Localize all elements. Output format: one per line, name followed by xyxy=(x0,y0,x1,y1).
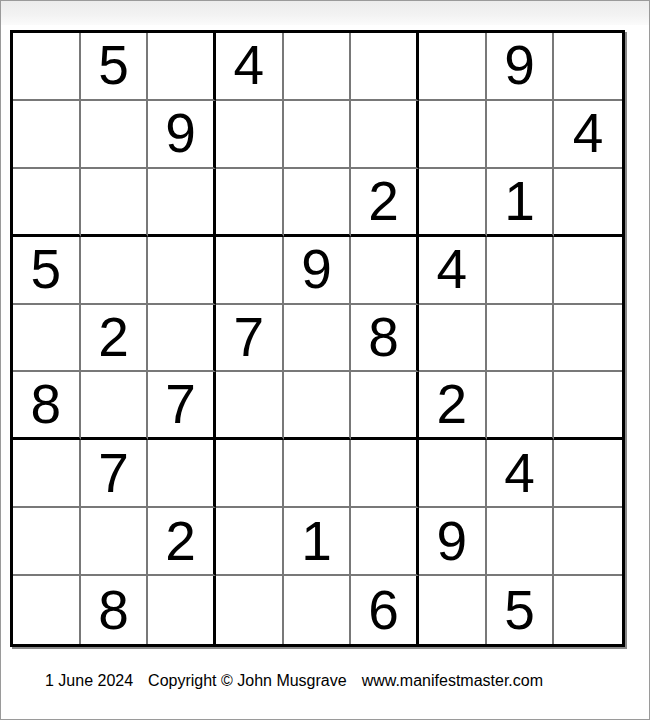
cell-r2c2[interactable] xyxy=(81,101,149,169)
cell-r6c3[interactable]: 7 xyxy=(148,372,216,440)
cell-r4c7[interactable]: 4 xyxy=(419,237,487,305)
cell-r9c3[interactable] xyxy=(148,576,216,644)
cell-r8c6[interactable] xyxy=(351,508,419,576)
cell-r5c9[interactable] xyxy=(554,305,622,373)
cell-r9c8[interactable]: 5 xyxy=(487,576,555,644)
cell-r1c7[interactable] xyxy=(419,33,487,101)
cell-r3c8[interactable]: 1 xyxy=(487,169,555,237)
footer: 1 June 2024 Copyright © John Musgrave ww… xyxy=(45,672,543,690)
cell-r6c8[interactable] xyxy=(487,372,555,440)
cell-r4c9[interactable] xyxy=(554,237,622,305)
cell-r9c9[interactable] xyxy=(554,576,622,644)
cell-r7c7[interactable] xyxy=(419,440,487,508)
cell-r5c3[interactable] xyxy=(148,305,216,373)
cell-r8c2[interactable] xyxy=(81,508,149,576)
cell-r3c4[interactable] xyxy=(216,169,284,237)
cell-r9c4[interactable] xyxy=(216,576,284,644)
cell-r9c7[interactable] xyxy=(419,576,487,644)
page-top-band xyxy=(1,1,649,25)
cell-r4c8[interactable] xyxy=(487,237,555,305)
cell-r2c7[interactable] xyxy=(419,101,487,169)
cell-r6c5[interactable] xyxy=(284,372,352,440)
cell-r8c4[interactable] xyxy=(216,508,284,576)
cell-r4c2[interactable] xyxy=(81,237,149,305)
cell-r2c1[interactable] xyxy=(13,101,81,169)
cell-r8c5[interactable]: 1 xyxy=(284,508,352,576)
cell-r2c8[interactable] xyxy=(487,101,555,169)
cell-r3c2[interactable] xyxy=(81,169,149,237)
cell-r9c1[interactable] xyxy=(13,576,81,644)
cell-r6c7[interactable]: 2 xyxy=(419,372,487,440)
cell-r6c1[interactable]: 8 xyxy=(13,372,81,440)
footer-website: www.manifestmaster.com xyxy=(362,672,543,690)
cell-r4c5[interactable]: 9 xyxy=(284,237,352,305)
cell-r7c1[interactable] xyxy=(13,440,81,508)
cell-r3c9[interactable] xyxy=(554,169,622,237)
cell-r8c8[interactable] xyxy=(487,508,555,576)
sudoku-board: 549942159427887274219865 xyxy=(10,30,625,647)
cell-r1c1[interactable] xyxy=(13,33,81,101)
cell-r7c5[interactable] xyxy=(284,440,352,508)
cell-r5c2[interactable]: 2 xyxy=(81,305,149,373)
cell-r1c3[interactable] xyxy=(148,33,216,101)
cell-r9c6[interactable]: 6 xyxy=(351,576,419,644)
cell-r4c1[interactable]: 5 xyxy=(13,237,81,305)
cell-r3c5[interactable] xyxy=(284,169,352,237)
cell-r6c2[interactable] xyxy=(81,372,149,440)
cell-r8c1[interactable] xyxy=(13,508,81,576)
cell-r5c7[interactable] xyxy=(419,305,487,373)
cell-r5c6[interactable]: 8 xyxy=(351,305,419,373)
cell-r3c3[interactable] xyxy=(148,169,216,237)
cell-r5c1[interactable] xyxy=(13,305,81,373)
cell-r6c6[interactable] xyxy=(351,372,419,440)
cell-r7c9[interactable] xyxy=(554,440,622,508)
cell-r2c9[interactable]: 4 xyxy=(554,101,622,169)
cell-r1c4[interactable]: 4 xyxy=(216,33,284,101)
cell-r6c4[interactable] xyxy=(216,372,284,440)
cell-r4c4[interactable] xyxy=(216,237,284,305)
footer-date: 1 June 2024 xyxy=(45,672,133,690)
cell-r9c2[interactable]: 8 xyxy=(81,576,149,644)
cell-r3c1[interactable] xyxy=(13,169,81,237)
cell-r8c3[interactable]: 2 xyxy=(148,508,216,576)
page-background: 549942159427887274219865 1 June 2024 Cop… xyxy=(0,0,650,720)
cell-r9c5[interactable] xyxy=(284,576,352,644)
cell-r2c3[interactable]: 9 xyxy=(148,101,216,169)
cell-r1c6[interactable] xyxy=(351,33,419,101)
cell-r7c8[interactable]: 4 xyxy=(487,440,555,508)
cell-r5c4[interactable]: 7 xyxy=(216,305,284,373)
cell-r6c9[interactable] xyxy=(554,372,622,440)
cell-r2c6[interactable] xyxy=(351,101,419,169)
cell-r4c6[interactable] xyxy=(351,237,419,305)
cell-r7c2[interactable]: 7 xyxy=(81,440,149,508)
cell-r1c2[interactable]: 5 xyxy=(81,33,149,101)
cell-r2c5[interactable] xyxy=(284,101,352,169)
cell-r3c7[interactable] xyxy=(419,169,487,237)
cell-r8c9[interactable] xyxy=(554,508,622,576)
cell-r5c5[interactable] xyxy=(284,305,352,373)
cell-r3c6[interactable]: 2 xyxy=(351,169,419,237)
cell-r1c8[interactable]: 9 xyxy=(487,33,555,101)
cell-r7c6[interactable] xyxy=(351,440,419,508)
cell-r7c3[interactable] xyxy=(148,440,216,508)
cell-r5c8[interactable] xyxy=(487,305,555,373)
cell-r1c5[interactable] xyxy=(284,33,352,101)
footer-copyright: Copyright © John Musgrave xyxy=(148,672,347,690)
cell-r7c4[interactable] xyxy=(216,440,284,508)
cell-r8c7[interactable]: 9 xyxy=(419,508,487,576)
cell-r1c9[interactable] xyxy=(554,33,622,101)
cell-r4c3[interactable] xyxy=(148,237,216,305)
cell-r2c4[interactable] xyxy=(216,101,284,169)
